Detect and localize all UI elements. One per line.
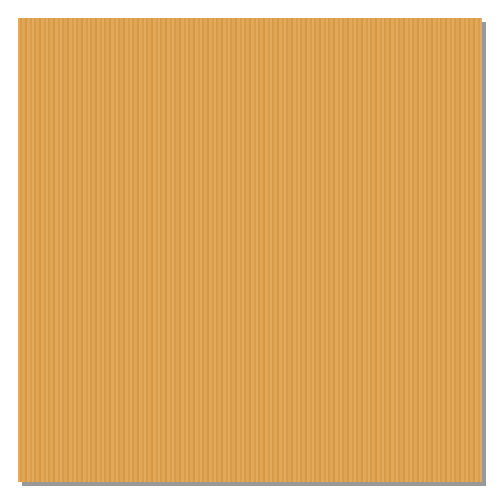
goban[interactable] [18,18,482,482]
stones-layer [18,18,482,482]
go-diagram [0,0,500,500]
